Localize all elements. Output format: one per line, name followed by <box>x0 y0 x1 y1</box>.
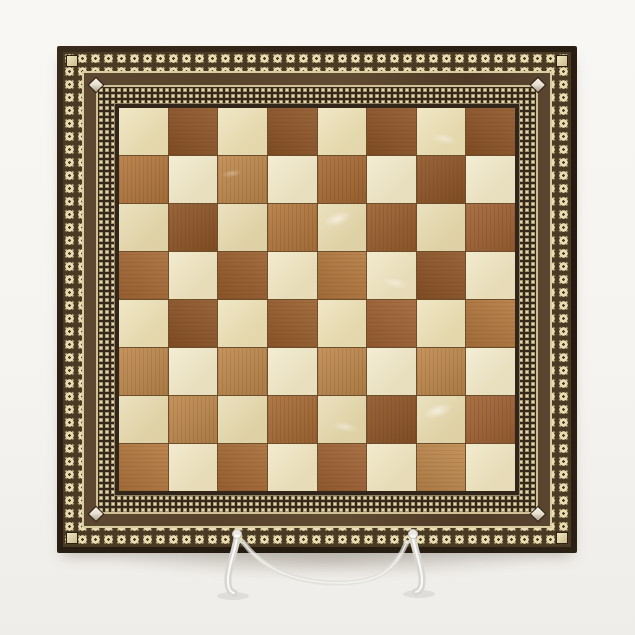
square-g6[interactable] <box>417 204 466 251</box>
square-c8[interactable] <box>218 108 267 155</box>
square-g3[interactable] <box>417 348 466 395</box>
stand-crossbar <box>243 542 407 583</box>
square-c7[interactable] <box>218 156 267 203</box>
square-b7[interactable] <box>169 156 218 203</box>
square-f7[interactable] <box>367 156 416 203</box>
square-g4[interactable] <box>417 300 466 347</box>
square-f6[interactable] <box>367 204 416 251</box>
square-b8[interactable] <box>169 108 218 155</box>
square-f5[interactable] <box>367 252 416 299</box>
square-b5[interactable] <box>169 252 218 299</box>
frame-plain-band <box>82 71 552 528</box>
square-f8[interactable] <box>367 108 416 155</box>
frame-outer-edge <box>57 46 577 553</box>
square-b3[interactable] <box>169 348 218 395</box>
frame-mosaic-band <box>96 85 538 514</box>
square-d2[interactable] <box>268 396 317 443</box>
square-a4[interactable] <box>119 300 168 347</box>
square-e8[interactable] <box>318 108 367 155</box>
square-a2[interactable] <box>119 396 168 443</box>
square-f3[interactable] <box>367 348 416 395</box>
square-h1[interactable] <box>466 444 515 491</box>
square-c4[interactable] <box>218 300 267 347</box>
square-d3[interactable] <box>268 348 317 395</box>
stand-ball-right <box>409 530 418 539</box>
square-h2[interactable] <box>466 396 515 443</box>
square-h3[interactable] <box>466 348 515 395</box>
square-a6[interactable] <box>119 204 168 251</box>
square-e6[interactable] <box>318 204 367 251</box>
square-h4[interactable] <box>466 300 515 347</box>
corner-tile-bottom-right <box>556 532 568 544</box>
square-g5[interactable] <box>417 252 466 299</box>
square-e4[interactable] <box>318 300 367 347</box>
square-e5[interactable] <box>318 252 367 299</box>
square-d8[interactable] <box>268 108 317 155</box>
square-c5[interactable] <box>218 252 267 299</box>
square-c2[interactable] <box>218 396 267 443</box>
square-h5[interactable] <box>466 252 515 299</box>
square-b6[interactable] <box>169 204 218 251</box>
square-g7[interactable] <box>417 156 466 203</box>
pearl-inlay-top-right <box>530 77 547 94</box>
stand-ball-left <box>233 530 242 539</box>
square-e3[interactable] <box>318 348 367 395</box>
square-g1[interactable] <box>417 444 466 491</box>
pearl-inlay-bottom-left <box>88 506 105 523</box>
square-c1[interactable] <box>218 444 267 491</box>
square-f4[interactable] <box>367 300 416 347</box>
playing-field <box>119 108 515 491</box>
square-g2[interactable] <box>417 396 466 443</box>
square-c6[interactable] <box>218 204 267 251</box>
frame-rosette-band <box>63 52 571 547</box>
square-a3[interactable] <box>119 348 168 395</box>
square-e2[interactable] <box>318 396 367 443</box>
square-a5[interactable] <box>119 252 168 299</box>
square-f2[interactable] <box>367 396 416 443</box>
square-d1[interactable] <box>268 444 317 491</box>
square-a8[interactable] <box>119 108 168 155</box>
corner-tile-top-right <box>556 55 568 67</box>
square-d4[interactable] <box>268 300 317 347</box>
square-g8[interactable] <box>417 108 466 155</box>
square-d5[interactable] <box>268 252 317 299</box>
display-stand <box>203 526 475 604</box>
square-a1[interactable] <box>119 444 168 491</box>
square-d6[interactable] <box>268 204 317 251</box>
square-h6[interactable] <box>466 204 515 251</box>
square-e1[interactable] <box>318 444 367 491</box>
pearl-inlay-top-left <box>88 77 105 94</box>
chessboard <box>57 46 577 553</box>
square-f1[interactable] <box>367 444 416 491</box>
corner-tile-bottom-left <box>66 532 78 544</box>
pearl-inlay-bottom-right <box>530 506 547 523</box>
square-h7[interactable] <box>466 156 515 203</box>
square-a7[interactable] <box>119 156 168 203</box>
photo-scene <box>0 0 635 635</box>
square-d7[interactable] <box>268 156 317 203</box>
square-h8[interactable] <box>466 108 515 155</box>
square-c3[interactable] <box>218 348 267 395</box>
square-b2[interactable] <box>169 396 218 443</box>
corner-tile-top-left <box>66 55 78 67</box>
square-e7[interactable] <box>318 156 367 203</box>
square-b1[interactable] <box>169 444 218 491</box>
square-b4[interactable] <box>169 300 218 347</box>
frame-inner-border <box>114 103 520 496</box>
